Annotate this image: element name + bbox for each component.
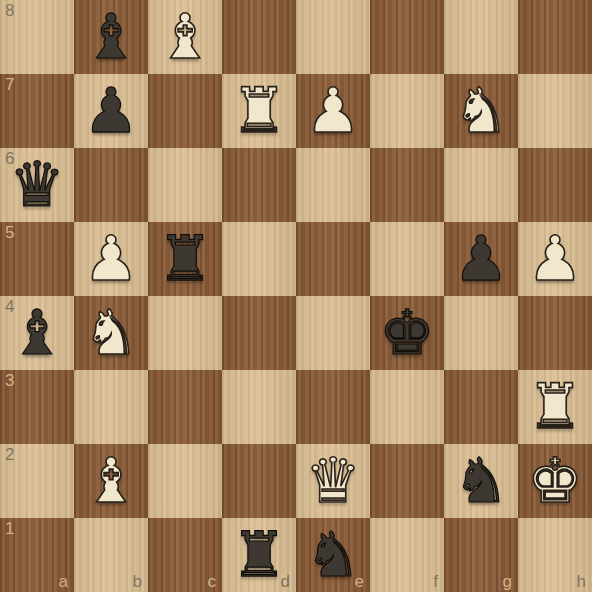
square-d7[interactable]: ♜ (222, 74, 296, 148)
rank-label-1: 1 (5, 519, 14, 538)
piece-white-pawn-b5[interactable]: ♟ (74, 222, 148, 296)
square-a3[interactable]: 3 (0, 370, 74, 444)
rank-label-5: 5 (5, 223, 14, 242)
square-h6[interactable] (518, 148, 592, 222)
file-label-g: g (503, 572, 512, 591)
square-g1[interactable]: g (444, 518, 518, 592)
square-c8[interactable]: ♝ (148, 0, 222, 74)
piece-black-queen-a6[interactable]: ♛ (0, 148, 74, 222)
piece-black-bishop-a4[interactable]: ♝ (0, 296, 74, 370)
square-b3[interactable] (74, 370, 148, 444)
square-b1[interactable]: b (74, 518, 148, 592)
piece-black-knight-e1[interactable]: ♞ (296, 518, 370, 592)
square-h3[interactable]: ♜ (518, 370, 592, 444)
square-g3[interactable] (444, 370, 518, 444)
file-label-h: h (577, 572, 586, 591)
piece-black-pawn-b7[interactable]: ♟ (74, 74, 148, 148)
rank-label-2: 2 (5, 445, 14, 464)
square-d6[interactable] (222, 148, 296, 222)
square-f3[interactable] (370, 370, 444, 444)
square-b2[interactable]: ♝ (74, 444, 148, 518)
square-g6[interactable] (444, 148, 518, 222)
square-e5[interactable] (296, 222, 370, 296)
square-a1[interactable]: 1a (0, 518, 74, 592)
file-label-c: c (208, 572, 217, 591)
square-a7[interactable]: 7 (0, 74, 74, 148)
piece-white-bishop-c8[interactable]: ♝ (148, 0, 222, 74)
square-e1[interactable]: e♞ (296, 518, 370, 592)
square-e6[interactable] (296, 148, 370, 222)
file-label-b: b (133, 572, 142, 591)
square-c6[interactable] (148, 148, 222, 222)
piece-white-rook-h3[interactable]: ♜ (518, 370, 592, 444)
square-d8[interactable] (222, 0, 296, 74)
square-e7[interactable]: ♟ (296, 74, 370, 148)
piece-black-bishop-b8[interactable]: ♝ (74, 0, 148, 74)
square-c4[interactable] (148, 296, 222, 370)
square-a2[interactable]: 2 (0, 444, 74, 518)
square-h2[interactable]: ♚ (518, 444, 592, 518)
square-f4[interactable]: ♚ (370, 296, 444, 370)
piece-white-bishop-b2[interactable]: ♝ (74, 444, 148, 518)
square-e2[interactable]: ♛ (296, 444, 370, 518)
chess-board: 8♝♝7♟♜♟♞6♛5♟♜♟♟4♝♞♚3♜2♝♛♞♚1abcd♜e♞fgh (0, 0, 592, 592)
square-e4[interactable] (296, 296, 370, 370)
square-b6[interactable] (74, 148, 148, 222)
square-h1[interactable]: h (518, 518, 592, 592)
square-f8[interactable] (370, 0, 444, 74)
piece-black-rook-d1[interactable]: ♜ (222, 518, 296, 592)
file-label-a: a (59, 572, 68, 591)
square-f6[interactable] (370, 148, 444, 222)
square-d1[interactable]: d♜ (222, 518, 296, 592)
square-d4[interactable] (222, 296, 296, 370)
square-b4[interactable]: ♞ (74, 296, 148, 370)
piece-white-pawn-h5[interactable]: ♟ (518, 222, 592, 296)
piece-black-rook-c5[interactable]: ♜ (148, 222, 222, 296)
square-h8[interactable] (518, 0, 592, 74)
square-c2[interactable] (148, 444, 222, 518)
square-b7[interactable]: ♟ (74, 74, 148, 148)
piece-white-pawn-e7[interactable]: ♟ (296, 74, 370, 148)
square-d3[interactable] (222, 370, 296, 444)
square-a5[interactable]: 5 (0, 222, 74, 296)
square-b8[interactable]: ♝ (74, 0, 148, 74)
square-d5[interactable] (222, 222, 296, 296)
square-f2[interactable] (370, 444, 444, 518)
square-a4[interactable]: 4♝ (0, 296, 74, 370)
square-f1[interactable]: f (370, 518, 444, 592)
rank-label-7: 7 (5, 75, 14, 94)
square-a6[interactable]: 6♛ (0, 148, 74, 222)
piece-white-king-h2[interactable]: ♚ (518, 444, 592, 518)
square-b5[interactable]: ♟ (74, 222, 148, 296)
piece-white-knight-g7[interactable]: ♞ (444, 74, 518, 148)
rank-label-8: 8 (5, 1, 14, 20)
square-g8[interactable] (444, 0, 518, 74)
piece-white-knight-b4[interactable]: ♞ (74, 296, 148, 370)
piece-black-pawn-g5[interactable]: ♟ (444, 222, 518, 296)
square-g4[interactable] (444, 296, 518, 370)
square-h4[interactable] (518, 296, 592, 370)
square-d2[interactable] (222, 444, 296, 518)
square-g2[interactable]: ♞ (444, 444, 518, 518)
square-g7[interactable]: ♞ (444, 74, 518, 148)
piece-black-knight-g2[interactable]: ♞ (444, 444, 518, 518)
file-label-f: f (433, 572, 438, 591)
square-f7[interactable] (370, 74, 444, 148)
square-c3[interactable] (148, 370, 222, 444)
square-h7[interactable] (518, 74, 592, 148)
square-c1[interactable]: c (148, 518, 222, 592)
square-e8[interactable] (296, 0, 370, 74)
piece-white-queen-e2[interactable]: ♛ (296, 444, 370, 518)
square-h5[interactable]: ♟ (518, 222, 592, 296)
piece-white-rook-d7[interactable]: ♜ (222, 74, 296, 148)
square-e3[interactable] (296, 370, 370, 444)
square-c7[interactable] (148, 74, 222, 148)
rank-label-3: 3 (5, 371, 14, 390)
square-g5[interactable]: ♟ (444, 222, 518, 296)
square-f5[interactable] (370, 222, 444, 296)
square-a8[interactable]: 8 (0, 0, 74, 74)
piece-black-king-f4[interactable]: ♚ (370, 296, 444, 370)
square-c5[interactable]: ♜ (148, 222, 222, 296)
